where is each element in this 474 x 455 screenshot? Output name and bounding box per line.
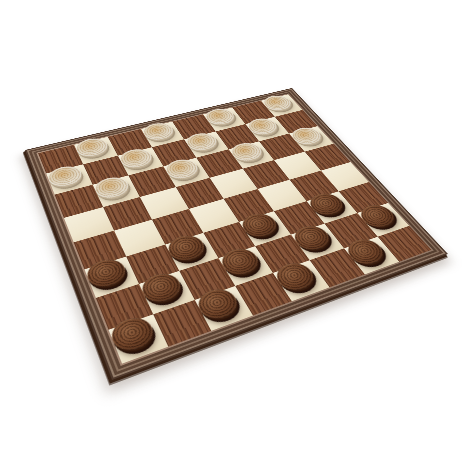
board-grid bbox=[38, 94, 431, 363]
checker-piece-light[interactable] bbox=[73, 136, 111, 159]
checkers-board bbox=[25, 88, 448, 380]
checkers-scene bbox=[0, 0, 474, 455]
